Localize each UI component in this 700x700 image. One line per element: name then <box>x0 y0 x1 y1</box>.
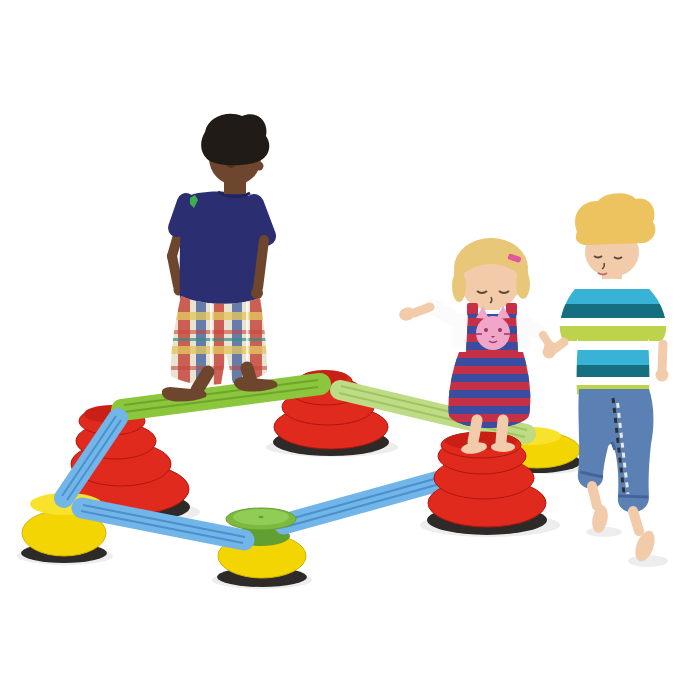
boy-right-right-hand-holding <box>543 346 556 359</box>
boy-left-plaid-shorts <box>166 290 272 390</box>
boy-left-front-sleeve <box>254 204 266 236</box>
shirt-stripe <box>552 326 674 341</box>
boy-left-front-forearm <box>258 240 264 288</box>
plaid-stripe <box>166 330 272 334</box>
disc-center-dot <box>259 516 264 518</box>
girl-hair-side <box>516 269 530 299</box>
girl-left-foot <box>491 442 515 452</box>
product-photo <box>0 0 700 700</box>
boy-right-back-shin <box>633 511 639 531</box>
cat-head <box>476 316 510 350</box>
plaid-stripe <box>166 338 272 341</box>
plaid-stripe <box>166 346 272 354</box>
plaid-stripe <box>166 312 272 320</box>
boy-right-left-hand <box>656 369 669 382</box>
plaid-stripe <box>166 366 272 370</box>
boy-right-front-shin <box>592 486 597 506</box>
boy-left-hair <box>201 114 269 166</box>
dress-stripe <box>440 390 540 398</box>
girl-right-leg <box>473 420 477 442</box>
boy-left-front-hand <box>251 287 263 299</box>
boy-right-left-forearm <box>662 344 663 370</box>
shirt-stripe <box>552 304 674 318</box>
dress-stripe <box>440 374 540 382</box>
cat-eye <box>498 328 502 332</box>
scene-photo <box>0 0 700 700</box>
disc-stone-disc <box>226 508 296 530</box>
girl-left-leg <box>501 420 503 442</box>
boy-left-back-forearm-lower <box>172 256 178 286</box>
cat-eye <box>484 328 488 332</box>
girl-right-forearm <box>414 307 430 313</box>
dress-stripe <box>440 406 540 414</box>
girl-hair-side <box>452 270 466 302</box>
boy-left-nose <box>255 162 264 171</box>
